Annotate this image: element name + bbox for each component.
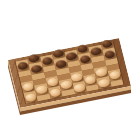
checkers-set-photo xyxy=(0,0,140,140)
checker-piece-dark[interactable] xyxy=(55,59,67,68)
checker-piece-light[interactable] xyxy=(22,82,34,91)
checker-piece-dark[interactable] xyxy=(103,50,115,59)
checker-piece-dark[interactable] xyxy=(28,53,40,62)
checker-piece-light[interactable] xyxy=(98,78,110,87)
checker-piece-dark[interactable] xyxy=(79,54,91,63)
checker-piece-light[interactable] xyxy=(47,77,59,86)
checker-piece-dark[interactable] xyxy=(17,61,29,70)
checker-piece-light[interactable] xyxy=(84,75,96,84)
checker-piece-dark[interactable] xyxy=(101,39,113,48)
checker-piece-light[interactable] xyxy=(109,71,121,80)
checker-piece-dark[interactable] xyxy=(30,64,42,73)
checker-piece-light[interactable] xyxy=(73,83,85,92)
board-square[interactable] xyxy=(110,79,123,87)
checker-piece-light[interactable] xyxy=(49,88,61,97)
checker-piece-dark[interactable] xyxy=(41,56,53,65)
checker-piece-light[interactable] xyxy=(71,73,83,82)
checker-piece-light[interactable] xyxy=(95,68,107,77)
checker-piece-light[interactable] xyxy=(25,93,37,102)
checker-piece-dark[interactable] xyxy=(66,52,78,61)
checker-piece-light[interactable] xyxy=(36,85,48,94)
checker-piece-light[interactable] xyxy=(60,80,72,89)
checker-piece-dark[interactable] xyxy=(90,47,102,56)
checker-piece-dark[interactable] xyxy=(52,49,64,58)
checker-piece-dark[interactable] xyxy=(76,44,88,53)
